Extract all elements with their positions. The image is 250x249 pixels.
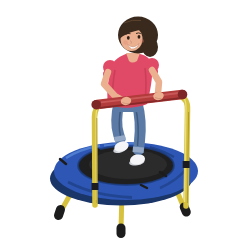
eye-left bbox=[127, 36, 130, 40]
handlebar-end-cap-left bbox=[91, 100, 101, 110]
product-photo bbox=[0, 0, 250, 249]
blush-left bbox=[123, 40, 127, 44]
jean-cuff-right bbox=[138, 147, 139, 153]
eye-right bbox=[138, 35, 141, 39]
trampoline-scene bbox=[0, 0, 250, 249]
handlebar-end-cap-right bbox=[178, 90, 188, 100]
blush-right bbox=[140, 39, 144, 43]
jump-mat-sheen bbox=[89, 150, 167, 179]
jean-cuff-left bbox=[120, 136, 121, 141]
hair-side-lock bbox=[142, 37, 158, 57]
leg-foot-cap-left bbox=[59, 210, 61, 216]
